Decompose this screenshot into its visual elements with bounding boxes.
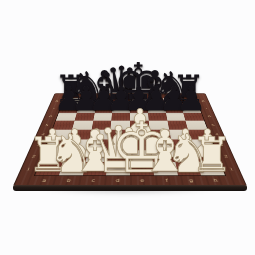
black-pawn-h7[interactable]: ♟ [177,82,207,115]
white-rook-h1[interactable]: ♜ [191,131,233,178]
pieces-layer: ♜♞♝♛♚♝♞♜♟♟♟♟♟♟♟♟♟♟♟♟♟♟♟♟♜♞♝♛♚♝♞♜ [0,0,255,255]
chess-photo-scene: abcdefgh 12345678 12345678 ♜♞♝♛♚♝♞♜♟♟♟♟♟… [0,0,255,255]
